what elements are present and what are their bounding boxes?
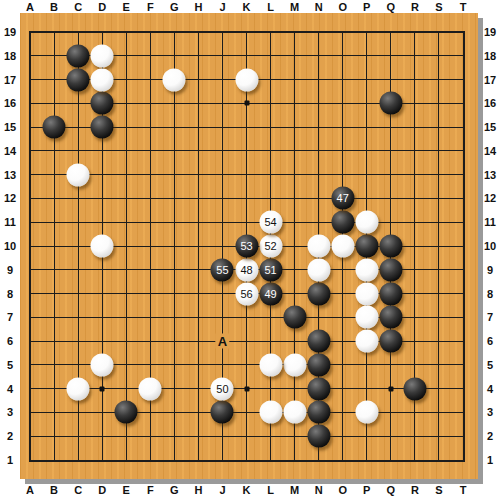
move-number: 56	[240, 288, 252, 299]
coordinate-label: J	[219, 484, 225, 496]
move-number: 48	[240, 264, 252, 275]
star-point	[388, 386, 393, 391]
star-point	[100, 386, 105, 391]
coordinate-label: L	[267, 484, 274, 496]
black-stone: 49	[259, 282, 282, 305]
black-stone	[307, 282, 330, 305]
black-stone	[307, 377, 330, 400]
coordinate-label: 16	[4, 97, 16, 109]
coordinate-label: 13	[4, 169, 16, 181]
coordinate-label: 9	[487, 264, 493, 276]
coordinate-label: H	[194, 484, 202, 496]
coordinate-label: J	[219, 1, 225, 13]
coordinate-label: H	[194, 1, 202, 13]
coordinate-label: N	[315, 1, 323, 13]
black-stone	[379, 330, 402, 353]
black-stone	[115, 401, 138, 424]
coordinate-label: O	[338, 1, 347, 13]
black-stone	[307, 330, 330, 353]
white-stone	[355, 330, 378, 353]
coordinate-label: 13	[484, 169, 496, 181]
coordinate-label: E	[123, 1, 130, 13]
coordinate-label: M	[290, 1, 299, 13]
black-stone	[307, 401, 330, 424]
move-number: 54	[264, 217, 276, 228]
coordinate-label: 1	[487, 454, 493, 466]
coordinate-label: 14	[484, 145, 496, 157]
coordinate-label: 11	[4, 216, 16, 228]
white-stone	[331, 235, 354, 258]
white-stone	[259, 401, 282, 424]
white-stone	[91, 353, 114, 376]
coordinate-label: 3	[487, 406, 493, 418]
coordinate-label: 15	[4, 121, 16, 133]
black-stone	[91, 116, 114, 139]
coordinate-label: 12	[484, 192, 496, 204]
white-stone	[355, 282, 378, 305]
black-stone	[283, 306, 306, 329]
coordinate-label: 18	[4, 50, 16, 62]
coordinate-label: Q	[387, 1, 396, 13]
coordinate-label: K	[243, 484, 251, 496]
white-stone: 48	[235, 258, 258, 281]
coordinate-label: 9	[7, 264, 13, 276]
coordinate-label: O	[338, 484, 347, 496]
coordinate-label: R	[411, 1, 419, 13]
coordinate-label: 2	[7, 430, 13, 442]
black-stone	[211, 401, 234, 424]
coordinate-label: 5	[7, 359, 13, 371]
coordinate-label: 19	[4, 26, 16, 38]
coordinate-label: 19	[484, 26, 496, 38]
black-stone	[379, 306, 402, 329]
coordinate-label: 4	[7, 383, 13, 395]
coordinate-label: R	[411, 484, 419, 496]
black-stone	[91, 92, 114, 115]
white-stone	[91, 235, 114, 258]
star-point	[244, 101, 249, 106]
coordinate-label: 7	[7, 311, 13, 323]
black-stone: 47	[331, 187, 354, 210]
coordinate-label: 3	[7, 406, 13, 418]
black-stone	[379, 92, 402, 115]
black-stone	[43, 116, 66, 139]
move-number: 51	[264, 264, 276, 275]
white-stone	[67, 377, 90, 400]
black-stone	[355, 235, 378, 258]
black-stone	[307, 353, 330, 376]
white-stone	[355, 211, 378, 234]
white-stone	[163, 68, 186, 91]
coordinate-label: 4	[487, 383, 493, 395]
coordinate-label: T	[460, 1, 467, 13]
black-stone	[307, 425, 330, 448]
move-number: 53	[240, 241, 252, 252]
coordinate-label: A	[26, 484, 34, 496]
white-stone	[355, 306, 378, 329]
coordinate-label: 6	[487, 335, 493, 347]
coordinate-label: 10	[4, 240, 16, 252]
coordinate-label: G	[170, 1, 179, 13]
coordinate-label: N	[315, 484, 323, 496]
white-stone	[91, 44, 114, 67]
star-point	[244, 386, 249, 391]
black-stone: 55	[211, 258, 234, 281]
coordinate-label: Q	[387, 484, 396, 496]
coordinate-label: B	[50, 484, 58, 496]
coordinate-label: 8	[487, 288, 493, 300]
coordinate-label: D	[98, 484, 106, 496]
white-stone: 52	[259, 235, 282, 258]
coordinate-label: A	[26, 1, 34, 13]
black-stone	[379, 282, 402, 305]
white-stone	[259, 353, 282, 376]
white-stone	[67, 163, 90, 186]
coordinate-label: 7	[487, 311, 493, 323]
white-stone	[355, 401, 378, 424]
coordinate-label: L	[267, 1, 274, 13]
white-stone	[283, 401, 306, 424]
coordinate-label: 15	[484, 121, 496, 133]
coordinate-label: 5	[487, 359, 493, 371]
white-stone	[355, 258, 378, 281]
coordinate-label: G	[170, 484, 179, 496]
coordinate-label: F	[147, 1, 154, 13]
coordinate-label: 6	[7, 335, 13, 347]
black-stone: 53	[235, 235, 258, 258]
coordinate-label: M	[290, 484, 299, 496]
white-stone: 50	[211, 377, 234, 400]
coordinate-label: 16	[484, 97, 496, 109]
coordinate-label: 10	[484, 240, 496, 252]
white-stone	[139, 377, 162, 400]
coordinate-label: T	[460, 484, 467, 496]
move-number: 49	[264, 288, 276, 299]
coordinate-label: C	[74, 484, 82, 496]
go-diagram: ABCDEFGHJKLMNOPQRST ABCDEFGHJKLMNOPQRST …	[0, 0, 500, 500]
coordinate-label: 12	[4, 192, 16, 204]
coordinate-label: C	[74, 1, 82, 13]
coordinate-label: 8	[7, 288, 13, 300]
point-label-A: A	[216, 334, 229, 349]
black-stone	[67, 68, 90, 91]
coordinate-label: 11	[484, 216, 496, 228]
coordinate-label: 17	[4, 74, 16, 86]
white-stone: 54	[259, 211, 282, 234]
coordinate-label: 18	[484, 50, 496, 62]
coordinate-label: S	[435, 484, 442, 496]
coordinate-label: P	[363, 484, 370, 496]
white-stone	[91, 68, 114, 91]
coordinate-label: E	[123, 484, 130, 496]
move-number: 52	[264, 241, 276, 252]
white-stone	[283, 353, 306, 376]
move-number: 55	[216, 264, 228, 275]
black-stone	[403, 377, 426, 400]
coordinate-label: 1	[7, 454, 13, 466]
white-stone	[307, 235, 330, 258]
black-stone	[379, 258, 402, 281]
coordinate-label: 14	[4, 145, 16, 157]
coordinate-label: F	[147, 484, 154, 496]
black-stone	[379, 235, 402, 258]
white-stone	[307, 258, 330, 281]
coordinate-label: K	[243, 1, 251, 13]
black-stone: 51	[259, 258, 282, 281]
black-stone	[67, 44, 90, 67]
coordinate-label: D	[98, 1, 106, 13]
white-stone: 56	[235, 282, 258, 305]
black-stone	[331, 211, 354, 234]
coordinate-label: S	[435, 1, 442, 13]
move-number: 50	[216, 383, 228, 394]
coordinate-label: B	[50, 1, 58, 13]
coordinate-label: 17	[484, 74, 496, 86]
white-stone	[235, 68, 258, 91]
coordinate-label: P	[363, 1, 370, 13]
coordinate-label: 2	[487, 430, 493, 442]
move-number: 47	[337, 193, 349, 204]
